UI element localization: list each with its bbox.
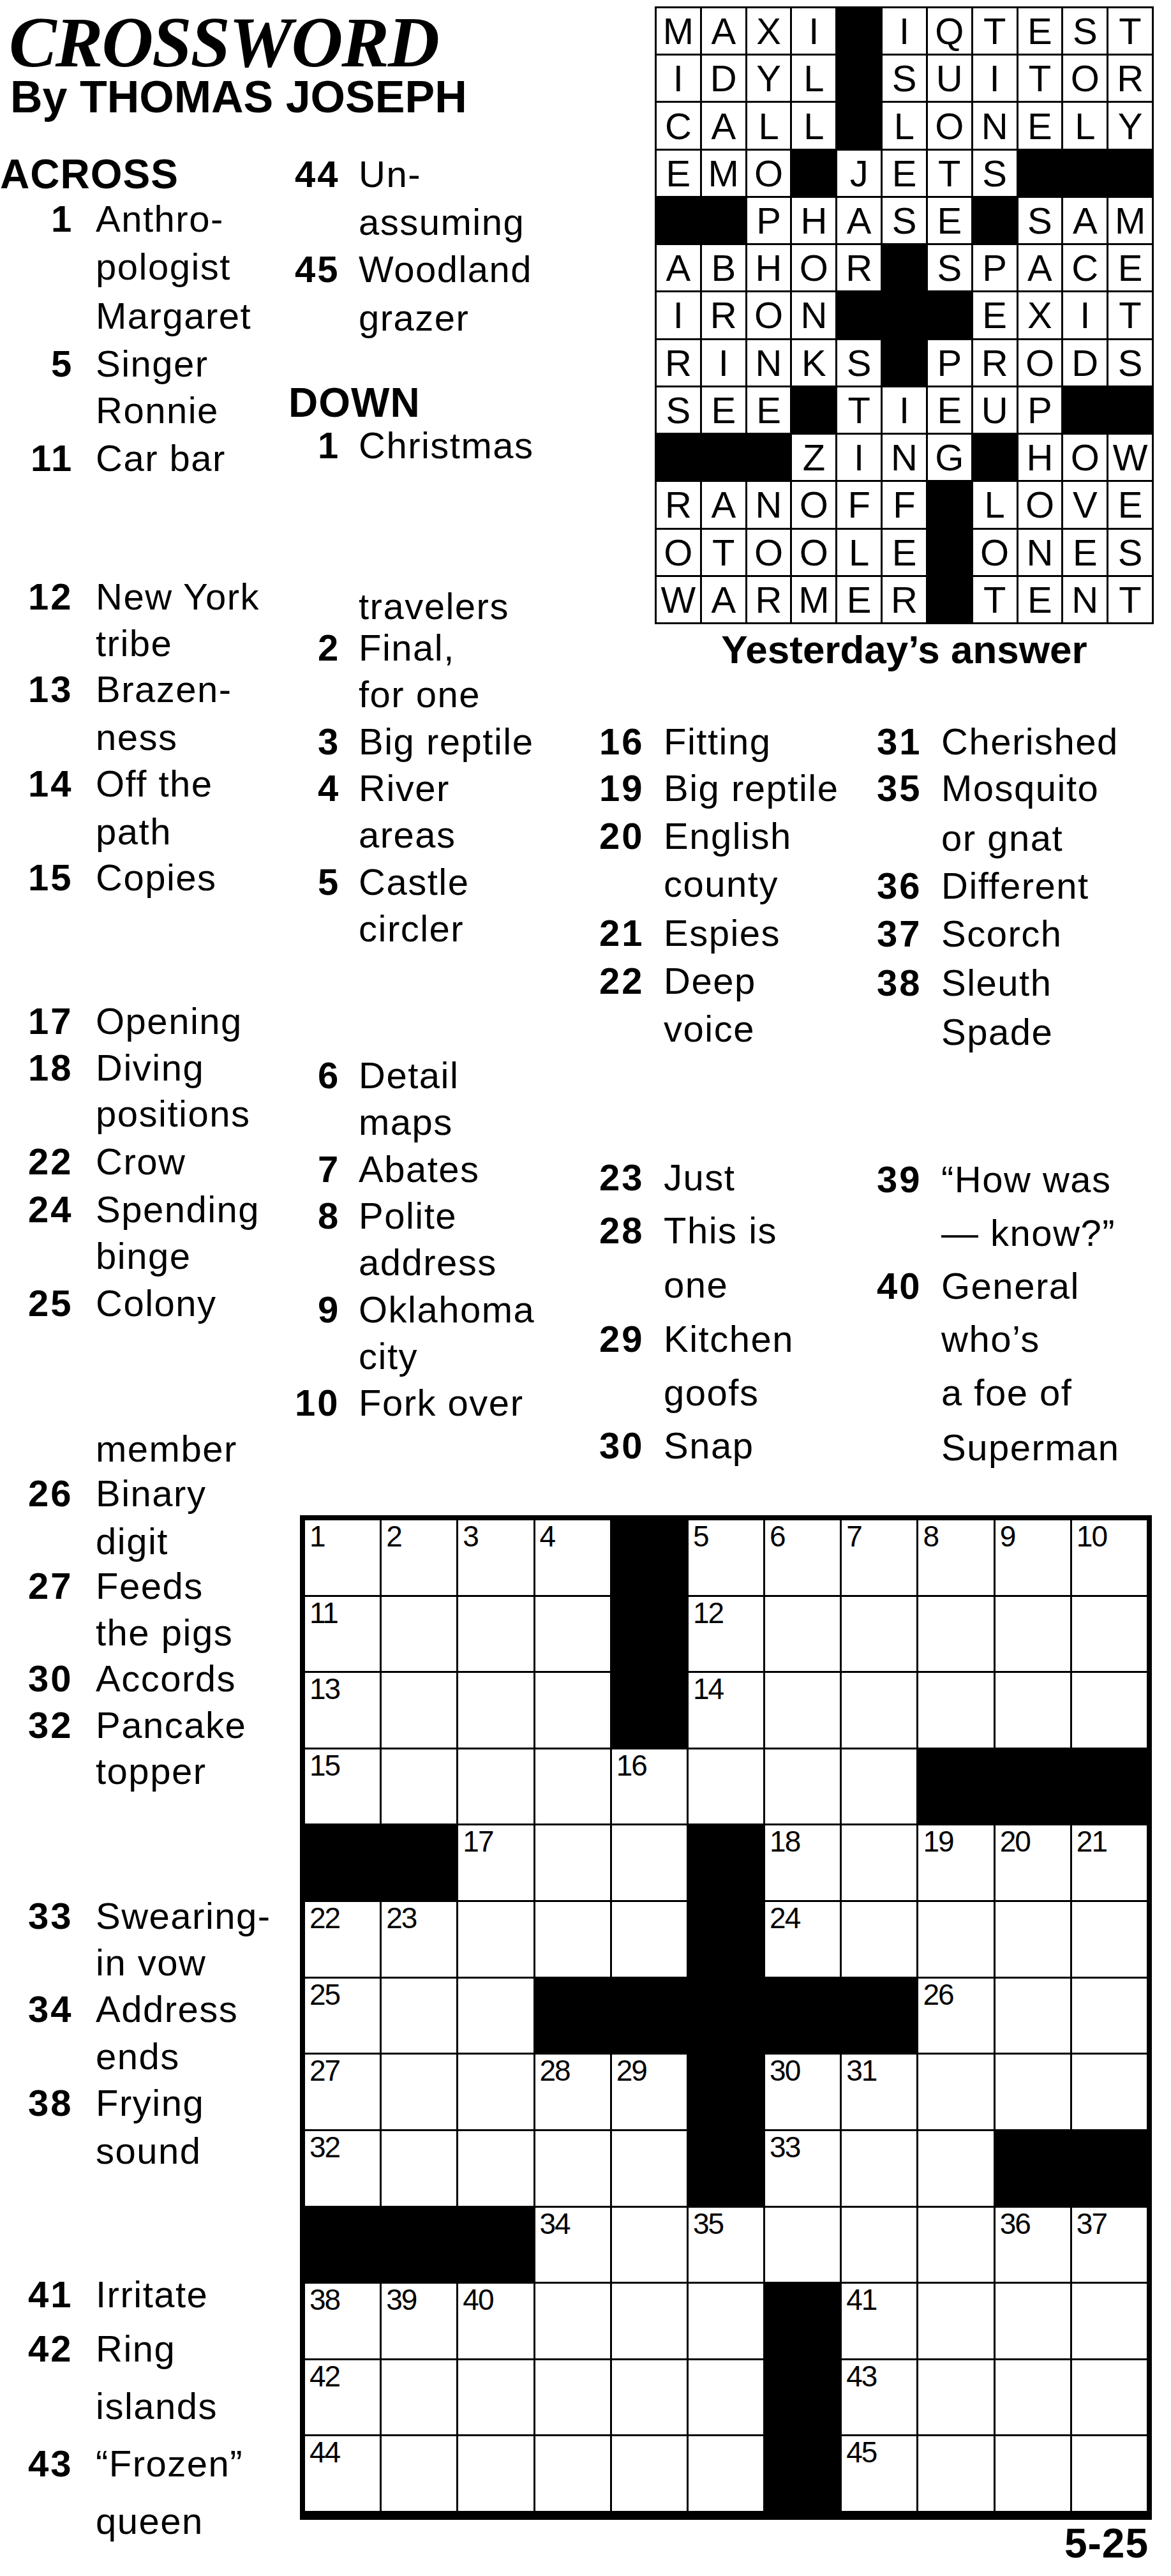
clue-line: 18Diving: [0, 1046, 294, 1091]
solution-cell: T: [1018, 56, 1062, 101]
clue-text: Big reptile: [664, 767, 839, 809]
cell-letter: S: [1027, 199, 1052, 242]
cell-letter: U: [981, 389, 1008, 431]
clue-text: Brazen-: [96, 668, 232, 710]
puzzle-cell[interactable]: 3: [458, 1520, 533, 1595]
date-code: 5-25: [957, 2520, 1149, 2567]
clue-text: “Frozen”: [96, 2442, 243, 2485]
cell-letter: O: [754, 531, 783, 574]
solution-cell: R: [973, 340, 1017, 386]
cell-letter: W: [661, 578, 696, 621]
cell-number: 20: [1000, 1827, 1030, 1856]
clue-text: Binary: [96, 1472, 206, 1515]
puzzle-cell[interactable]: [458, 2055, 533, 2129]
puzzle-cell[interactable]: 25: [305, 1979, 380, 2053]
clue-text: Oklahoma: [359, 1288, 535, 1331]
solution-cell: E: [1018, 8, 1062, 54]
solution-cell: E: [928, 198, 971, 243]
cell-number: 23: [386, 1903, 416, 1933]
clue-line: path: [0, 810, 294, 855]
clue-text: Final,: [359, 626, 455, 669]
clue-number: 1: [51, 197, 73, 240]
puzzle-cell[interactable]: [689, 2284, 763, 2358]
puzzle-cell[interactable]: 29: [612, 2055, 687, 2129]
puzzle-cell[interactable]: [382, 1749, 456, 1824]
puzzle-cell[interactable]: [382, 1673, 456, 1748]
cell-letter: I: [673, 294, 683, 336]
puzzle-cell[interactable]: [918, 2436, 993, 2511]
cell-letter: L: [803, 57, 824, 100]
clue-number: 11: [31, 437, 73, 479]
puzzle-cell[interactable]: [996, 2360, 1070, 2435]
clue-line: in vow: [0, 1941, 294, 1986]
clue-line: 1Christmas: [288, 424, 576, 468]
cell-number: 5: [693, 1522, 708, 1551]
solution-cell: S: [928, 245, 971, 290]
solution-black-cell: [702, 198, 745, 243]
clue-number: 31: [877, 720, 922, 763]
puzzle-cell[interactable]: [1072, 2055, 1147, 2129]
solution-black-cell: [1063, 151, 1107, 196]
puzzle-cell[interactable]: [535, 2436, 610, 2511]
puzzle-cell[interactable]: 32: [305, 2131, 380, 2206]
clue-text: county: [664, 862, 779, 905]
puzzle-cell[interactable]: 12: [689, 1597, 763, 1672]
clue-line: 24Spending: [0, 1188, 294, 1232]
cell-number: 30: [770, 2056, 800, 2085]
cell-number: 3: [463, 1522, 478, 1551]
puzzle-cell[interactable]: [535, 1902, 610, 1977]
puzzle-black-cell: [765, 1979, 840, 2053]
puzzle-cell[interactable]: [382, 1979, 456, 2053]
clue-line: 11Car bar: [0, 437, 294, 481]
cell-letter: I: [854, 436, 864, 479]
solution-cell: Q: [928, 8, 971, 54]
puzzle-black-cell: [1072, 1749, 1147, 1824]
clue-text: Polite: [359, 1194, 457, 1237]
puzzle-cell[interactable]: 19: [918, 1825, 993, 1900]
puzzle-cell[interactable]: [1072, 1902, 1147, 1977]
cell-letter: T: [1119, 294, 1141, 336]
puzzle-cell[interactable]: [458, 2360, 533, 2435]
puzzle-cell[interactable]: [765, 1673, 840, 1748]
solution-black-cell: [973, 435, 1017, 480]
puzzle-cell[interactable]: [458, 1749, 533, 1824]
puzzle-cell[interactable]: 21: [1072, 1825, 1147, 1900]
puzzle-cell[interactable]: 1: [305, 1520, 380, 1595]
clue-text: Colony: [96, 1282, 217, 1324]
clue-line: 5Castle: [288, 860, 576, 905]
puzzle-cell[interactable]: 43: [842, 2360, 916, 2435]
solution-cell: A: [657, 245, 700, 290]
clue-number: 14: [28, 762, 73, 805]
puzzle-cell[interactable]: [612, 2436, 687, 2511]
puzzle-cell[interactable]: [535, 1749, 610, 1824]
puzzle-cell[interactable]: 5: [689, 1520, 763, 1595]
cell-letter: L: [984, 483, 1004, 526]
cell-letter: L: [894, 105, 914, 147]
puzzle-cell[interactable]: [996, 1902, 1070, 1977]
puzzle-cell[interactable]: 42: [305, 2360, 380, 2435]
clue-text: Singer: [96, 342, 209, 385]
solution-cell: I: [1063, 292, 1107, 338]
puzzle-cell[interactable]: [689, 2360, 763, 2435]
solution-cell: N: [747, 482, 791, 527]
solution-cell: Y: [747, 56, 791, 101]
puzzle-cell[interactable]: [1072, 2360, 1147, 2435]
clue-text: Different: [941, 864, 1089, 907]
puzzle-cell[interactable]: 4: [535, 1520, 610, 1595]
puzzle-cell[interactable]: 33: [765, 2131, 840, 2206]
puzzle-cell[interactable]: 9: [996, 1520, 1070, 1595]
puzzle-cell[interactable]: 20: [996, 1825, 1070, 1900]
puzzle-cell[interactable]: [918, 1597, 993, 1672]
cell-number: 18: [770, 1827, 800, 1856]
clue-line: 21Espies: [578, 911, 852, 956]
puzzle-cell[interactable]: 23: [382, 1902, 456, 1977]
puzzle-cell[interactable]: 31: [842, 2055, 916, 2129]
solution-cell: B: [702, 245, 745, 290]
solution-cell: S: [1018, 198, 1062, 243]
solution-cell: E: [973, 292, 1017, 338]
solution-cell: J: [837, 151, 881, 196]
cell-letter: T: [983, 578, 1006, 621]
clue-line: 29Kitchen: [578, 1317, 852, 1362]
cell-letter: A: [1073, 199, 1098, 242]
puzzle-cell[interactable]: [996, 1597, 1070, 1672]
clue-line: 36Different: [849, 864, 1171, 909]
puzzle-cell[interactable]: 8: [918, 1520, 993, 1595]
puzzle-cell[interactable]: 45: [842, 2436, 916, 2511]
puzzle-cell[interactable]: [612, 1902, 687, 1977]
puzzle-cell[interactable]: [612, 2284, 687, 2358]
cell-number: 31: [846, 2056, 876, 2085]
puzzle-cell[interactable]: [765, 1597, 840, 1672]
clue-number: 7: [318, 1148, 340, 1190]
solution-cell: M: [657, 8, 700, 54]
puzzle-cell[interactable]: [842, 2208, 916, 2282]
across-header: ACROSS: [0, 151, 294, 195]
puzzle-cell[interactable]: [458, 1673, 533, 1748]
puzzle-cell[interactable]: 37: [1072, 2208, 1147, 2282]
puzzle-black-cell: [689, 2131, 763, 2206]
solution-cell: L: [747, 103, 791, 148]
clue-line: the pigs: [0, 1611, 294, 1656]
solution-cell: T: [837, 387, 881, 433]
clue-line: 43“Frozen”: [0, 2442, 294, 2487]
puzzle-cell[interactable]: [382, 2055, 456, 2129]
cell-letter: F: [893, 483, 915, 526]
clue-text: maps: [359, 1100, 453, 1143]
puzzle-cell[interactable]: 34: [535, 2208, 610, 2282]
puzzle-cell[interactable]: [842, 1902, 916, 1977]
clue-text: Copies: [96, 856, 217, 899]
solution-cell: S: [657, 387, 700, 433]
puzzle-cell[interactable]: 15: [305, 1749, 380, 1824]
puzzle-cell[interactable]: [918, 1673, 993, 1748]
puzzle-cell[interactable]: [842, 1597, 916, 1672]
clue-number: 45: [295, 248, 340, 290]
cell-letter: T: [1119, 10, 1141, 52]
clue-text: binge: [96, 1234, 191, 1277]
clue-text: Snap: [664, 1424, 754, 1467]
puzzle-cell[interactable]: [458, 2131, 533, 2206]
cell-letter: E: [892, 531, 917, 574]
cell-letter: S: [1118, 531, 1143, 574]
clue-line: tribe: [0, 622, 294, 666]
puzzle-cell[interactable]: 14: [689, 1673, 763, 1748]
clue-text: Kitchen: [664, 1317, 794, 1360]
clue-line: 39“How was: [849, 1158, 1171, 1202]
puzzle-cell[interactable]: [765, 1749, 840, 1824]
puzzle-cell[interactable]: 35: [689, 2208, 763, 2282]
solution-cell: U: [973, 387, 1017, 433]
puzzle-cell[interactable]: [996, 1673, 1070, 1748]
puzzle-cell[interactable]: [918, 2055, 993, 2129]
puzzle-cell[interactable]: [612, 2208, 687, 2282]
solution-cell: T: [928, 151, 971, 196]
cell-letter: C: [665, 105, 692, 147]
clue-number: 39: [877, 1158, 922, 1201]
puzzle-cell[interactable]: 28: [535, 2055, 610, 2129]
solution-cell: S: [1063, 8, 1107, 54]
puzzle-cell[interactable]: 18: [765, 1825, 840, 1900]
clue-number: 2: [318, 626, 340, 669]
puzzle-cell[interactable]: [458, 1902, 533, 1977]
solution-cell: E: [883, 151, 926, 196]
puzzle-cell[interactable]: [918, 1902, 993, 1977]
cell-letter: E: [982, 294, 1007, 336]
puzzle-cell[interactable]: 2: [382, 1520, 456, 1595]
cell-letter: D: [1071, 341, 1098, 384]
puzzle-cell[interactable]: 40: [458, 2284, 533, 2358]
puzzle-cell[interactable]: [458, 1979, 533, 2053]
puzzle-cell[interactable]: [918, 2284, 993, 2358]
cell-letter: X: [1027, 294, 1052, 336]
cell-number: 2: [386, 1522, 401, 1551]
cell-letter: N: [981, 105, 1008, 147]
solution-cell: A: [1018, 245, 1062, 290]
cell-number: 26: [923, 1980, 953, 2009]
puzzle-cell[interactable]: [382, 1597, 456, 1672]
solution-cell: I: [837, 435, 881, 480]
puzzle-cell[interactable]: [842, 2131, 916, 2206]
puzzle-cell[interactable]: [996, 2055, 1070, 2129]
puzzle-cell[interactable]: [765, 2208, 840, 2282]
cell-letter: N: [756, 341, 782, 384]
solution-cell: O: [747, 530, 791, 575]
clue-text: Accords: [96, 1657, 236, 1700]
solution-cell: R: [702, 292, 745, 338]
puzzle-cell[interactable]: [1072, 1597, 1147, 1672]
clue-line: topper: [0, 1749, 294, 1794]
puzzle-cell[interactable]: 44: [305, 2436, 380, 2511]
puzzle-cell[interactable]: [535, 2360, 610, 2435]
puzzle-black-cell: [612, 1520, 687, 1595]
solution-cell: L: [792, 103, 835, 148]
puzzle-cell[interactable]: 13: [305, 1673, 380, 1748]
clue-text: Ronnie: [96, 389, 219, 431]
cell-letter: M: [798, 578, 829, 621]
puzzle-cell[interactable]: [535, 1597, 610, 1672]
puzzle-cell[interactable]: [918, 2360, 993, 2435]
puzzle-cell[interactable]: 26: [918, 1979, 993, 2053]
clue-text: in vow: [96, 1941, 206, 1984]
clue-text: goofs: [664, 1371, 759, 1414]
byline: By THOMAS JOSEPH: [10, 71, 467, 123]
puzzle-cell[interactable]: 22: [305, 1902, 380, 1977]
clue-number: 37: [877, 912, 922, 955]
puzzle-cell[interactable]: [842, 1825, 916, 1900]
puzzle-cell[interactable]: [1072, 2436, 1147, 2511]
cell-number: 43: [846, 2362, 876, 2391]
puzzle-cell[interactable]: 41: [842, 2284, 916, 2358]
clue-text: positions: [96, 1092, 250, 1135]
puzzle-cell[interactable]: 30: [765, 2055, 840, 2129]
puzzle-cell[interactable]: 39: [382, 2284, 456, 2358]
puzzle-cell[interactable]: 38: [305, 2284, 380, 2358]
puzzle-cell[interactable]: [382, 2360, 456, 2435]
cell-letter: S: [847, 341, 872, 384]
puzzle-cell[interactable]: [535, 1673, 610, 1748]
puzzle-cell[interactable]: [535, 2131, 610, 2206]
puzzle-cell[interactable]: [612, 1825, 687, 1900]
clue-text: Ring: [96, 2327, 175, 2370]
cell-letter: S: [666, 389, 691, 431]
puzzle-cell[interactable]: [382, 2436, 456, 2511]
puzzle-black-cell: [535, 1979, 610, 2053]
puzzle-cell[interactable]: [458, 2436, 533, 2511]
puzzle-cell[interactable]: 17: [458, 1825, 533, 1900]
solution-cell: E: [1063, 530, 1107, 575]
cell-letter: S: [1118, 341, 1143, 384]
puzzle-cell[interactable]: [1072, 1979, 1147, 2053]
solution-cell: X: [1018, 292, 1062, 338]
clue-text: Abates: [359, 1148, 480, 1190]
clue-number: 18: [28, 1046, 73, 1089]
clue-line: 31Cherished: [849, 720, 1171, 765]
puzzle-cell[interactable]: [535, 1825, 610, 1900]
puzzle-cell[interactable]: [612, 2131, 687, 2206]
clue-line: Superman: [849, 1426, 1171, 1471]
cell-letter: P: [1027, 389, 1052, 431]
clue-text: River: [359, 767, 450, 809]
puzzle-cell[interactable]: [689, 1749, 763, 1824]
clue-line: ness: [0, 715, 294, 760]
puzzle-black-cell: [996, 1749, 1070, 1824]
cell-letter: E: [1118, 246, 1143, 289]
cell-number: 44: [310, 2437, 339, 2467]
cell-number: 14: [693, 1674, 723, 1704]
clue-text: for one: [359, 673, 481, 715]
puzzle-cell[interactable]: [1072, 2284, 1147, 2358]
clue-line: 10Fork over: [288, 1381, 576, 1426]
clue-text: assuming: [359, 200, 525, 243]
solution-cell: D: [1063, 340, 1107, 386]
puzzle-cell[interactable]: 10: [1072, 1520, 1147, 1595]
cell-letter: I: [990, 57, 1000, 100]
puzzle-cell[interactable]: 36: [996, 2208, 1070, 2282]
puzzle-cell[interactable]: 24: [765, 1902, 840, 1977]
clue-line: 14Off the: [0, 762, 294, 807]
solution-cell: P: [747, 198, 791, 243]
clue-number: 41: [28, 2273, 73, 2316]
cell-number: 35: [693, 2209, 723, 2238]
cell-letter: T: [847, 389, 870, 431]
puzzle-cell[interactable]: [996, 2436, 1070, 2511]
clue-list-header: ACROSS: [0, 151, 179, 198]
cell-number: 32: [310, 2132, 339, 2162]
solution-cell: M: [1108, 198, 1152, 243]
cell-letter: I: [1080, 294, 1090, 336]
clue-number: 9: [318, 1288, 340, 1331]
clue-text: Crow: [96, 1140, 186, 1183]
solution-cell: W: [657, 577, 700, 622]
puzzle-cell[interactable]: 6: [765, 1520, 840, 1595]
puzzle-cell[interactable]: [918, 2208, 993, 2282]
puzzle-cell[interactable]: 11: [305, 1597, 380, 1672]
cell-letter: E: [847, 578, 872, 621]
puzzle-cell[interactable]: 16: [612, 1749, 687, 1824]
puzzle-cell[interactable]: [996, 1979, 1070, 2053]
solution-cell: E: [883, 530, 926, 575]
cell-letter: R: [846, 246, 872, 289]
solution-black-cell: [1108, 387, 1152, 433]
clue-text: Irritate: [96, 2273, 208, 2316]
solution-cell: H: [792, 198, 835, 243]
cell-letter: E: [1073, 531, 1098, 574]
solution-cell: W: [1108, 435, 1152, 480]
solution-cell: A: [702, 482, 745, 527]
solution-cell: I: [883, 387, 926, 433]
puzzle-cell[interactable]: 7: [842, 1520, 916, 1595]
cell-letter: A: [711, 483, 736, 526]
solution-cell: F: [883, 482, 926, 527]
cell-letter: S: [1073, 10, 1098, 52]
puzzle-cell[interactable]: [996, 2284, 1070, 2358]
clue-line: 33Swearing-: [0, 1894, 294, 1939]
puzzle-cell[interactable]: [918, 2131, 993, 2206]
puzzle-cell[interactable]: [535, 2284, 610, 2358]
cell-letter: S: [892, 199, 917, 242]
clue-number: 33: [28, 1894, 73, 1937]
clue-line: 45Woodland: [288, 248, 576, 292]
puzzle-cell[interactable]: [458, 1597, 533, 1672]
down-header: DOWN: [288, 379, 576, 424]
cell-letter: P: [937, 341, 962, 384]
solution-cell: L: [883, 103, 926, 148]
clue-text: Superman: [941, 1426, 1120, 1469]
cell-letter: E: [892, 152, 917, 195]
cell-letter: L: [803, 105, 824, 147]
puzzle-cell[interactable]: [612, 2360, 687, 2435]
cell-number: 24: [770, 1903, 800, 1933]
cell-number: 6: [770, 1522, 785, 1551]
puzzle-cell[interactable]: 27: [305, 2055, 380, 2129]
puzzle-cell[interactable]: [382, 2131, 456, 2206]
clue-text: areas: [359, 813, 456, 856]
clue-number: 16: [599, 720, 645, 763]
clue-line: 4River: [288, 767, 576, 811]
puzzle-black-cell: [305, 2208, 380, 2282]
puzzle-cell[interactable]: [689, 2436, 763, 2511]
crossword-page: CROSSWORD By THOMAS JOSEPH MAXIIQTESTIDY…: [0, 0, 1171, 2576]
cell-number: 22: [310, 1903, 339, 1933]
puzzle-cell[interactable]: [1072, 1673, 1147, 1748]
puzzle-cell[interactable]: [842, 1673, 916, 1748]
puzzle-cell[interactable]: [842, 1749, 916, 1824]
clue-number: 24: [28, 1188, 73, 1231]
